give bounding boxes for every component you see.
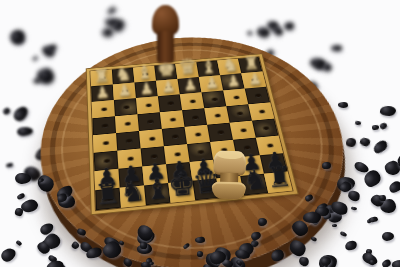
square: ♝ (144, 183, 171, 205)
square: ♜ (264, 171, 292, 193)
peg-hole (198, 150, 204, 154)
peg-hole (172, 135, 177, 138)
peg-hole (126, 139, 131, 143)
chess-photo-scene: ♜♞♝♚♛♝♞♜♟♟♟♟♟♟♟♟♟♟♟♟♟♟♟♟♜♞♝♚♛♝♞♜ (0, 0, 400, 267)
black-knight: ♞ (118, 176, 146, 206)
pawn-cap (213, 150, 246, 175)
knob-stem (157, 31, 174, 63)
peg-hole (103, 141, 108, 145)
offboard-dark-knob-piece (152, 5, 179, 67)
offboard-white-pawn (208, 149, 250, 216)
peg-hole (244, 146, 250, 150)
pawn-base (211, 181, 246, 199)
board-tilt-plane: ♜♞♝♚♛♝♞♜♟♟♟♟♟♟♟♟♟♟♟♟♟♟♟♟♜♞♝♚♛♝♞♜ (38, 27, 380, 267)
square (93, 133, 117, 153)
square: ♞ (120, 185, 146, 207)
peg-hole (127, 157, 132, 161)
peg-hole (267, 144, 273, 148)
board-3d-scene: ♜♞♝♚♛♝♞♜♟♟♟♟♟♟♟♟♟♟♟♟♟♟♟♟♜♞♝♚♛♝♞♜ (0, 0, 400, 267)
black-rook: ♜ (93, 179, 121, 210)
peg-hole (174, 152, 180, 156)
square: ♚ (168, 181, 195, 203)
peg-hole (104, 159, 109, 163)
peg-hole (149, 137, 154, 140)
black-rook: ♜ (266, 162, 293, 192)
peg-hole (151, 154, 156, 158)
square: ♜ (95, 188, 121, 210)
